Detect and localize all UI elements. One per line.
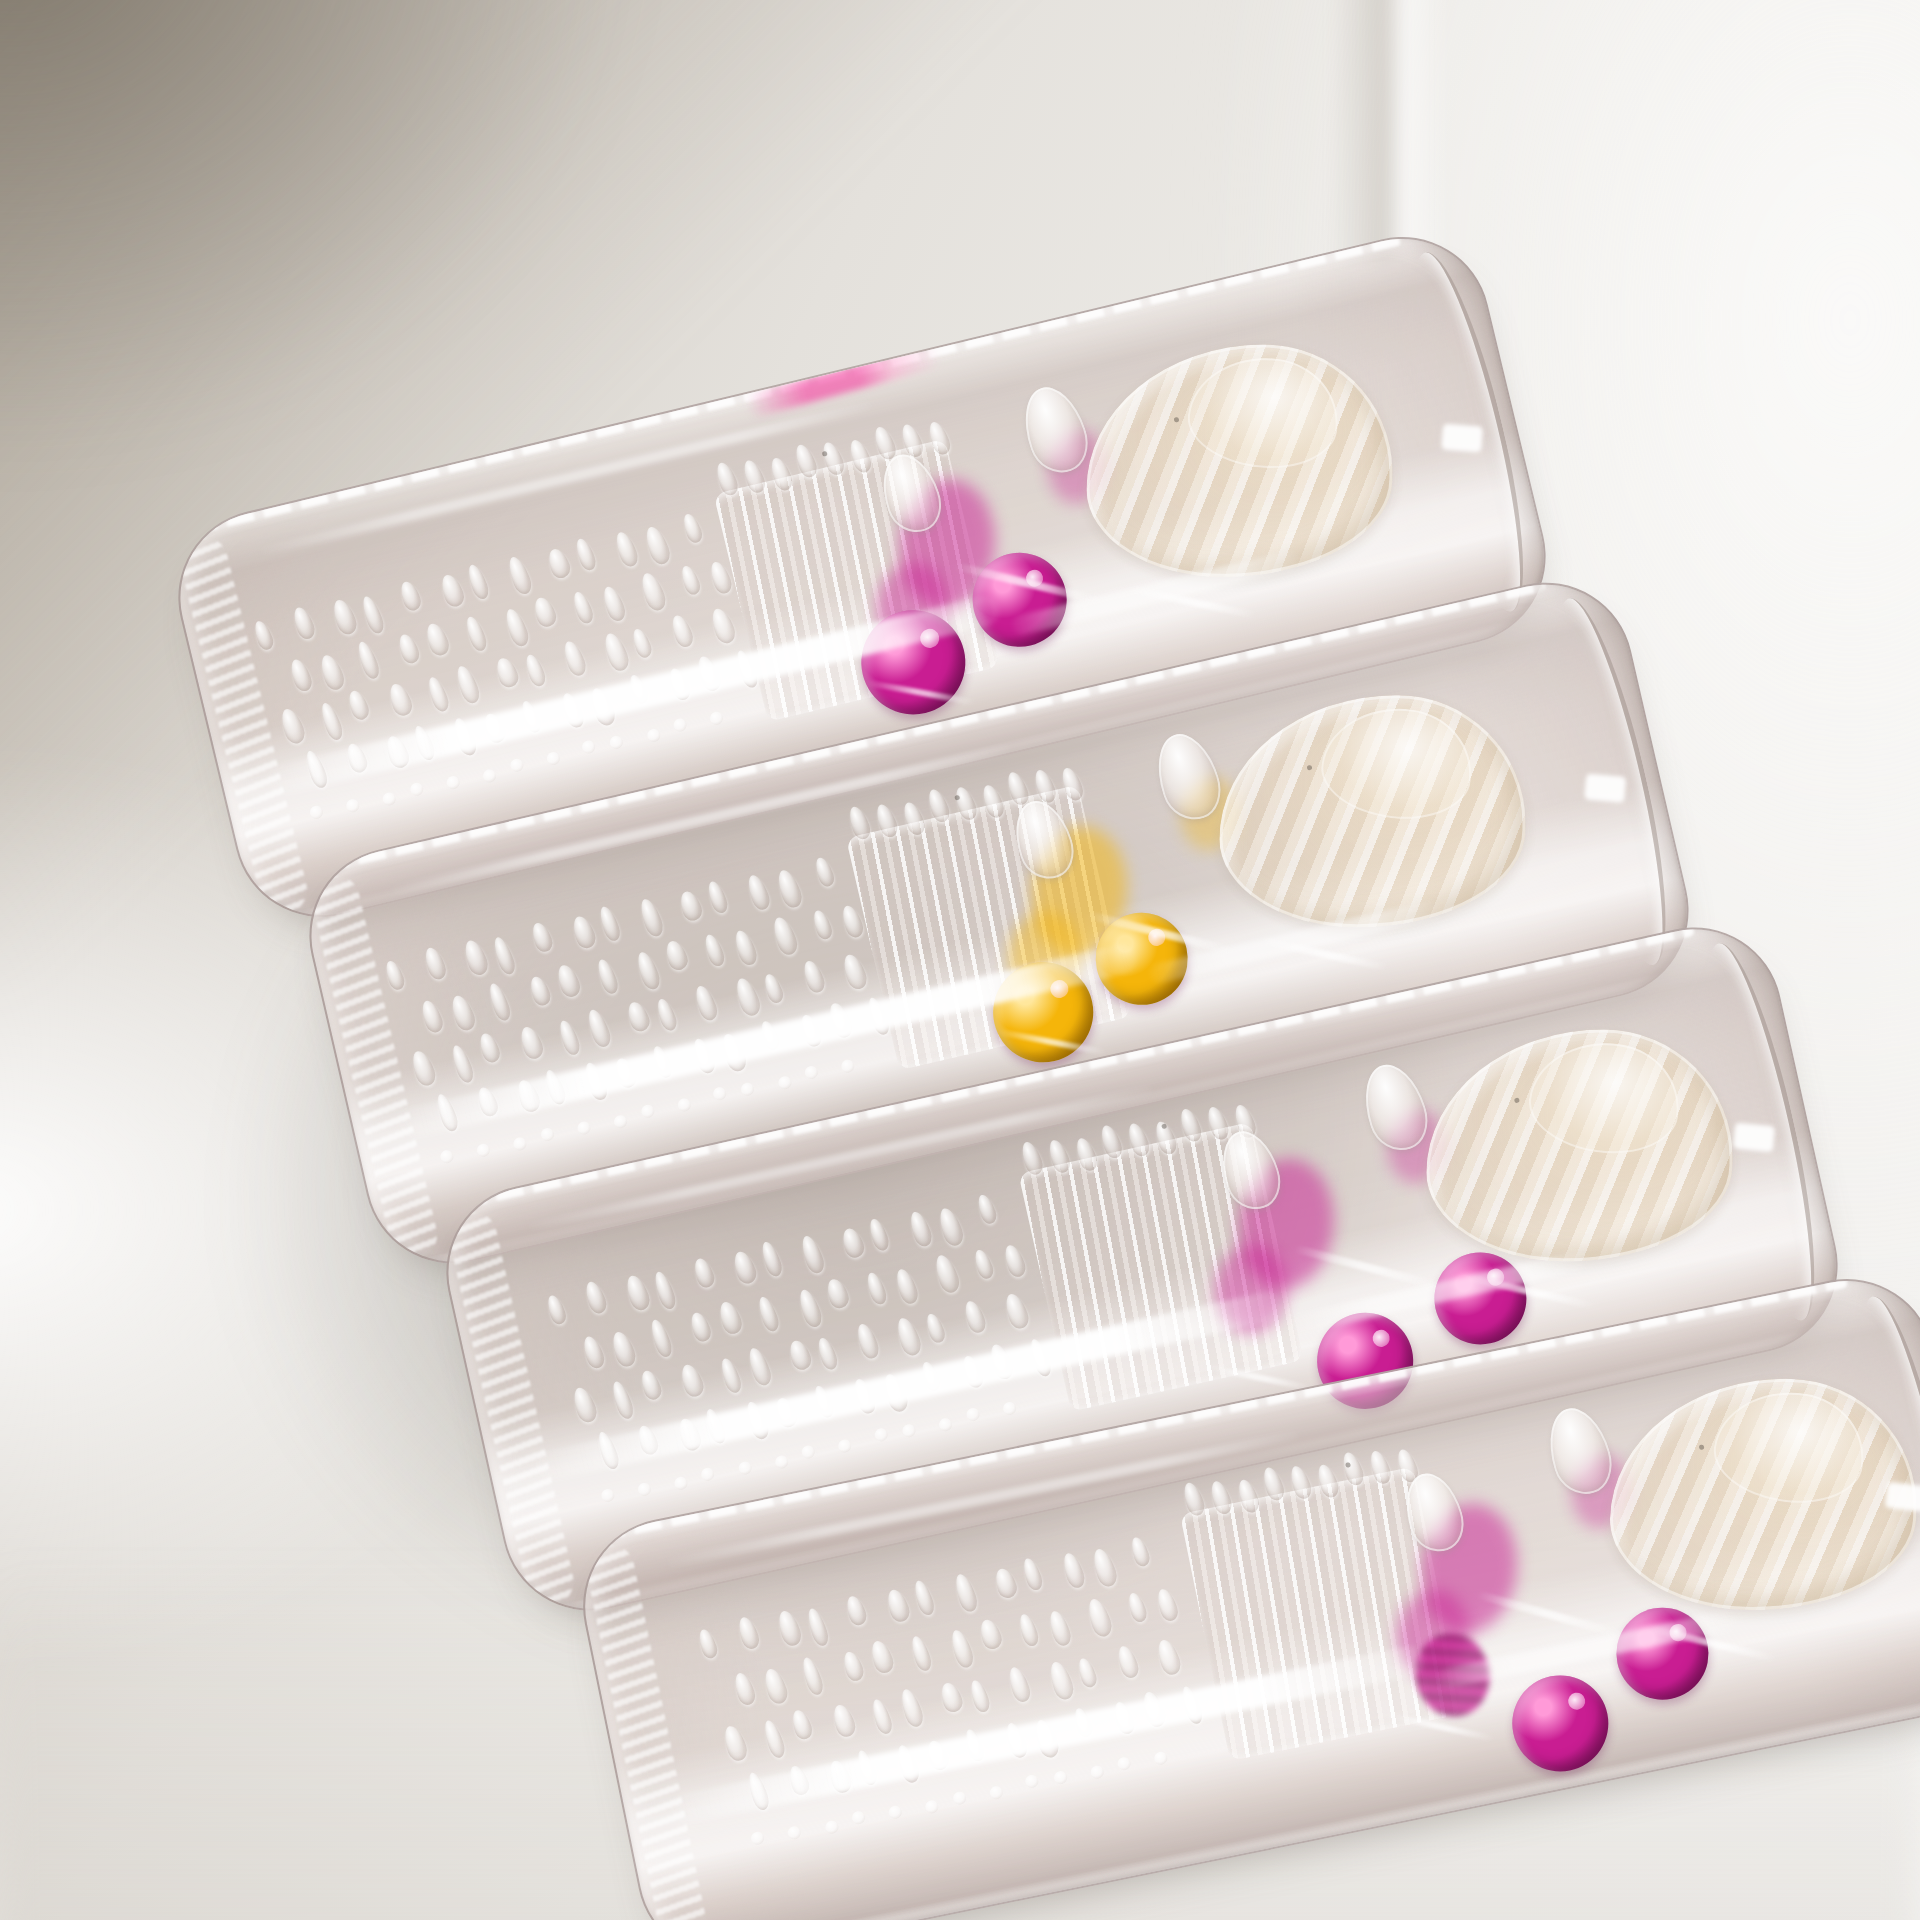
dust-speck (1699, 1444, 1705, 1450)
background-edge-line (1330, 0, 1450, 260)
end-cap-reflection (1733, 1123, 1775, 1153)
end-cap-reflection (1885, 1482, 1920, 1512)
product-photo (0, 0, 1920, 1920)
bead-hole (1371, 1328, 1392, 1349)
corner-shadow-dark (0, 0, 640, 460)
end-cap-reflection (1584, 773, 1626, 802)
end-cap-reflection (1441, 423, 1483, 452)
dust-speck (1345, 1462, 1351, 1468)
bead-hole (1566, 1691, 1586, 1711)
